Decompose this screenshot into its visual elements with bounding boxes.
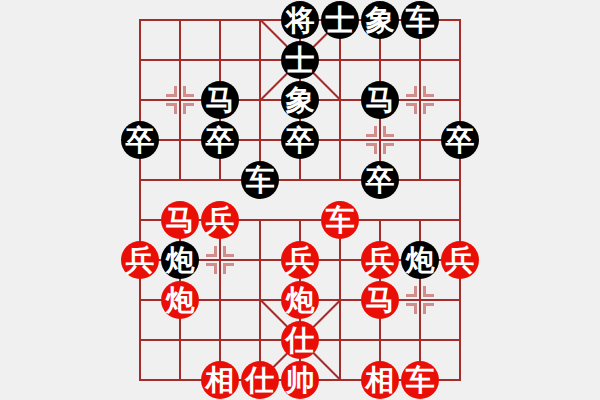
piece-red-horse[interactable]: 马 — [361, 281, 399, 319]
piece-black-general[interactable]: 将 — [281, 1, 319, 39]
piece-black-chariot[interactable]: 车 — [241, 161, 279, 199]
piece-red-soldier[interactable]: 兵 — [121, 241, 159, 279]
piece-red-soldier[interactable]: 兵 — [361, 241, 399, 279]
piece-black-soldier[interactable]: 卒 — [281, 121, 319, 159]
piece-red-chariot[interactable]: 车 — [321, 201, 359, 239]
piece-black-cannon[interactable]: 炮 — [401, 241, 439, 279]
piece-black-soldier[interactable]: 卒 — [361, 161, 399, 199]
piece-red-advisor[interactable]: 仕 — [241, 361, 279, 399]
piece-red-general[interactable]: 帅 — [281, 361, 319, 399]
piece-black-elephant[interactable]: 象 — [281, 81, 319, 119]
piece-black-soldier[interactable]: 卒 — [201, 121, 239, 159]
piece-black-cannon[interactable]: 炮 — [161, 241, 199, 279]
piece-black-soldier[interactable]: 卒 — [441, 121, 479, 159]
piece-red-elephant[interactable]: 相 — [361, 361, 399, 399]
piece-black-chariot[interactable]: 车 — [401, 1, 439, 39]
piece-black-soldier[interactable]: 卒 — [121, 121, 159, 159]
piece-black-horse[interactable]: 马 — [361, 81, 399, 119]
pieces-layer: 将士象车士马象马卒卒卒卒车卒马兵车兵炮兵兵炮兵炮炮马仕相仕帅相车 — [0, 0, 600, 400]
piece-red-soldier[interactable]: 兵 — [201, 201, 239, 239]
piece-black-advisor[interactable]: 士 — [281, 41, 319, 79]
piece-red-soldier[interactable]: 兵 — [441, 241, 479, 279]
piece-red-cannon[interactable]: 炮 — [281, 281, 319, 319]
piece-black-elephant[interactable]: 象 — [361, 1, 399, 39]
piece-red-elephant[interactable]: 相 — [201, 361, 239, 399]
piece-red-advisor[interactable]: 仕 — [281, 321, 319, 359]
piece-red-soldier[interactable]: 兵 — [281, 241, 319, 279]
xiangqi-board[interactable]: 将士象车士马象马卒卒卒卒车卒马兵车兵炮兵兵炮兵炮炮马仕相仕帅相车 — [0, 0, 600, 400]
piece-red-chariot[interactable]: 车 — [401, 361, 439, 399]
piece-black-horse[interactable]: 马 — [201, 81, 239, 119]
piece-red-horse[interactable]: 马 — [161, 201, 199, 239]
piece-black-advisor[interactable]: 士 — [321, 1, 359, 39]
piece-red-cannon[interactable]: 炮 — [161, 281, 199, 319]
